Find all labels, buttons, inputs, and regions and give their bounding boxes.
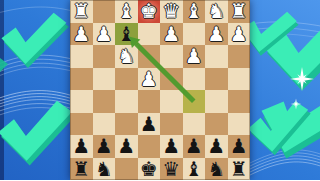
piece-wP-e4: ♟ <box>140 69 158 89</box>
piece-bK-e8: ♚ <box>140 159 158 179</box>
square-f1[interactable]: ♝ <box>115 0 138 23</box>
piece-wR-h1: ♜ <box>72 1 90 21</box>
square-d5[interactable] <box>160 90 183 113</box>
square-g4[interactable] <box>93 68 116 91</box>
square-g6[interactable] <box>93 113 116 136</box>
square-g2[interactable]: ♟ <box>93 23 116 46</box>
square-a4[interactable] <box>228 68 251 91</box>
piece-bN-g8: ♞ <box>95 159 113 179</box>
piece-wP-g2: ♟ <box>95 24 113 44</box>
square-d4[interactable] <box>160 68 183 91</box>
square-e6[interactable]: ♟ <box>138 113 161 136</box>
piece-wQ-d1: ♛ <box>162 1 180 21</box>
piece-bQ-d8: ♛ <box>162 159 180 179</box>
piece-wB-c1: ♝ <box>185 1 203 21</box>
piece-bP-g7: ♟ <box>95 136 113 156</box>
piece-wP-c3: ♟ <box>185 46 203 66</box>
square-f8[interactable] <box>115 158 138 181</box>
piece-bP-h7: ♟ <box>72 136 90 156</box>
square-a5[interactable] <box>228 90 251 113</box>
piece-bP-c7: ♟ <box>185 136 203 156</box>
square-h2[interactable]: ♟ <box>70 23 93 46</box>
piece-wK-e1: ♚ <box>140 1 158 21</box>
square-d6[interactable] <box>160 113 183 136</box>
square-f3[interactable]: ♞ <box>115 45 138 68</box>
square-f2[interactable]: ♝ <box>115 23 138 46</box>
square-b4[interactable] <box>205 68 228 91</box>
piece-wP-a2: ♟ <box>230 24 248 44</box>
square-b6[interactable] <box>205 113 228 136</box>
square-d7[interactable]: ♟ <box>160 135 183 158</box>
square-f5[interactable] <box>115 90 138 113</box>
square-a6[interactable] <box>228 113 251 136</box>
square-h1[interactable]: ♜ <box>70 0 93 23</box>
square-b7[interactable]: ♟ <box>205 135 228 158</box>
square-f6[interactable] <box>115 113 138 136</box>
square-d1[interactable]: ♛ <box>160 0 183 23</box>
square-h3[interactable] <box>70 45 93 68</box>
piece-wN-f3: ♞ <box>117 46 135 66</box>
piece-wP-h2: ♟ <box>72 24 90 44</box>
square-e7[interactable] <box>138 135 161 158</box>
piece-bP-f7: ♟ <box>117 136 135 156</box>
square-c7[interactable]: ♟ <box>183 135 206 158</box>
square-c2[interactable] <box>183 23 206 46</box>
piece-bR-a8: ♜ <box>230 159 248 179</box>
square-e1[interactable]: ♚ <box>138 0 161 23</box>
piece-bP-b7: ♟ <box>207 136 225 156</box>
square-a1[interactable]: ♜ <box>228 0 251 23</box>
square-c1[interactable]: ♝ <box>183 0 206 23</box>
piece-bP-a7: ♟ <box>230 136 248 156</box>
square-h8[interactable]: ♜ <box>70 158 93 181</box>
square-f4[interactable] <box>115 68 138 91</box>
piece-wN-b1: ♞ <box>207 1 225 21</box>
square-h7[interactable]: ♟ <box>70 135 93 158</box>
square-a8[interactable]: ♜ <box>228 158 251 181</box>
square-g1[interactable] <box>93 0 116 23</box>
square-a2[interactable]: ♟ <box>228 23 251 46</box>
square-c4[interactable] <box>183 68 206 91</box>
square-c6[interactable] <box>183 113 206 136</box>
piece-bB-c8: ♝ <box>185 159 203 179</box>
square-g3[interactable] <box>93 45 116 68</box>
square-b3[interactable] <box>205 45 228 68</box>
square-b8[interactable]: ♞ <box>205 158 228 181</box>
square-g7[interactable]: ♟ <box>93 135 116 158</box>
square-d3[interactable] <box>160 45 183 68</box>
square-h5[interactable] <box>70 90 93 113</box>
piece-wR-a1: ♜ <box>230 1 248 21</box>
square-h4[interactable] <box>70 68 93 91</box>
piece-bP-e6: ♟ <box>140 114 158 134</box>
square-g5[interactable] <box>93 90 116 113</box>
square-e5[interactable] <box>138 90 161 113</box>
square-a7[interactable]: ♟ <box>228 135 251 158</box>
square-f7[interactable]: ♟ <box>115 135 138 158</box>
square-e8[interactable]: ♚ <box>138 158 161 181</box>
square-c8[interactable]: ♝ <box>183 158 206 181</box>
thumbnail-scene: ♜♝♚♛♝♞♜♟♟♝♟♟♟♞♟♟♟♟♟♟♟♟♟♟♜♞♚♛♝♞♜ <box>0 0 320 180</box>
square-e4[interactable]: ♟ <box>138 68 161 91</box>
square-a3[interactable] <box>228 45 251 68</box>
square-g8[interactable]: ♞ <box>93 158 116 181</box>
square-e3[interactable] <box>138 45 161 68</box>
square-b2[interactable]: ♟ <box>205 23 228 46</box>
chess-board: ♜♝♚♛♝♞♜♟♟♝♟♟♟♞♟♟♟♟♟♟♟♟♟♟♜♞♚♛♝♞♜ <box>70 0 250 180</box>
piece-wP-b2: ♟ <box>207 24 225 44</box>
left-edge-shade <box>0 0 4 180</box>
piece-wB-f1: ♝ <box>117 1 135 21</box>
square-e2[interactable] <box>138 23 161 46</box>
piece-bB-f2: ♝ <box>117 24 135 44</box>
piece-wP-d2: ♟ <box>162 24 180 44</box>
square-b5[interactable] <box>205 90 228 113</box>
piece-bR-h8: ♜ <box>72 159 90 179</box>
piece-bN-b8: ♞ <box>207 159 225 179</box>
square-h6[interactable] <box>70 113 93 136</box>
square-b1[interactable]: ♞ <box>205 0 228 23</box>
square-c5[interactable] <box>183 90 206 113</box>
square-c3[interactable]: ♟ <box>183 45 206 68</box>
square-d2[interactable]: ♟ <box>160 23 183 46</box>
square-d8[interactable]: ♛ <box>160 158 183 181</box>
piece-bP-d7: ♟ <box>162 136 180 156</box>
